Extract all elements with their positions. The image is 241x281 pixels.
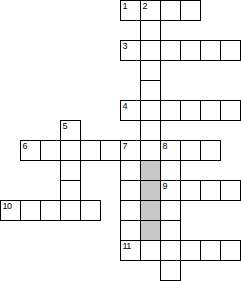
grid-cell[interactable] — [180, 140, 201, 161]
grid-cell[interactable]: 8 — [160, 140, 181, 161]
grid-cell[interactable] — [60, 200, 81, 221]
grid-cell[interactable] — [120, 220, 141, 241]
grid-cell-shaded[interactable] — [140, 220, 161, 241]
grid-cell[interactable] — [200, 180, 221, 201]
grid-cell[interactable] — [80, 140, 101, 161]
grid-cell[interactable] — [200, 40, 221, 61]
clue-number: 8 — [163, 142, 168, 151]
grid-cell[interactable] — [180, 240, 201, 261]
grid-cell[interactable] — [100, 140, 121, 161]
grid-cell[interactable] — [140, 240, 161, 261]
grid-cell[interactable] — [180, 0, 201, 21]
grid-cell[interactable]: 7 — [120, 140, 141, 161]
clue-number: 3 — [123, 42, 128, 51]
grid-cell-shaded[interactable] — [140, 160, 161, 181]
grid-cell[interactable] — [200, 140, 221, 161]
grid-cell[interactable] — [140, 40, 161, 61]
grid-cell[interactable] — [200, 100, 221, 121]
grid-cell[interactable] — [160, 160, 181, 181]
grid-cell-shaded[interactable] — [140, 180, 161, 201]
clue-number: 2 — [143, 2, 148, 11]
clue-number: 7 — [123, 142, 128, 151]
grid-cell[interactable]: 3 — [120, 40, 141, 61]
grid-cell[interactable] — [120, 200, 141, 221]
grid-cell[interactable]: 6 — [20, 140, 41, 161]
clue-number: 4 — [123, 102, 128, 111]
grid-cell[interactable] — [160, 100, 181, 121]
grid-cell[interactable] — [160, 0, 181, 21]
grid-cell[interactable] — [160, 260, 181, 281]
grid-cell[interactable] — [60, 140, 81, 161]
grid-cell[interactable] — [220, 40, 241, 61]
crossword-page: 1234567891011 — [0, 0, 241, 281]
grid-cell[interactable] — [140, 120, 161, 141]
grid-cell[interactable] — [20, 200, 41, 221]
grid-cell[interactable] — [220, 100, 241, 121]
grid-cell[interactable] — [180, 180, 201, 201]
grid-cell[interactable]: 2 — [140, 0, 161, 21]
grid-cell[interactable]: 9 — [160, 180, 181, 201]
clue-number: 1 — [123, 2, 128, 11]
grid-cell[interactable] — [160, 200, 181, 221]
grid-cell[interactable]: 4 — [120, 100, 141, 121]
clue-number: 11 — [123, 242, 131, 251]
grid-cell[interactable]: 10 — [0, 200, 21, 221]
grid-cell[interactable] — [80, 200, 101, 221]
grid-cell[interactable] — [160, 40, 181, 61]
grid-cell[interactable]: 1 — [120, 0, 141, 21]
grid-cell-shaded[interactable] — [140, 200, 161, 221]
grid-cell[interactable]: 5 — [60, 120, 81, 141]
grid-cell[interactable] — [140, 100, 161, 121]
grid-cell[interactable] — [120, 160, 141, 181]
grid-cell[interactable] — [160, 240, 181, 261]
grid-cell[interactable] — [220, 180, 241, 201]
grid-cell[interactable] — [140, 80, 161, 101]
grid-cell[interactable] — [140, 60, 161, 81]
clue-number: 10 — [3, 202, 12, 211]
grid-cell[interactable]: 11 — [120, 240, 141, 261]
grid-cell[interactable] — [180, 100, 201, 121]
grid-cell[interactable] — [180, 40, 201, 61]
grid-cell[interactable] — [200, 240, 221, 261]
grid-cell[interactable] — [60, 160, 81, 181]
clue-number: 5 — [63, 122, 68, 131]
clue-number: 6 — [23, 142, 28, 151]
clue-number: 9 — [163, 182, 168, 191]
grid-cell[interactable] — [140, 140, 161, 161]
grid-cell[interactable] — [40, 200, 61, 221]
grid-cell[interactable] — [60, 180, 81, 201]
grid-cell[interactable] — [120, 180, 141, 201]
grid-cell[interactable] — [140, 20, 161, 41]
grid-cell[interactable] — [160, 220, 181, 241]
grid-cell[interactable] — [40, 140, 61, 161]
crossword-grid: 1234567891011 — [0, 0, 241, 281]
grid-cell[interactable] — [220, 240, 241, 261]
